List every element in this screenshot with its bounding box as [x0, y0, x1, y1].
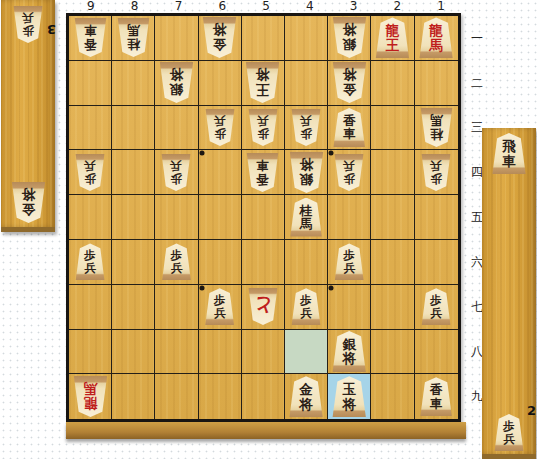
square-12[interactable]	[415, 61, 458, 106]
board-front-edge	[66, 422, 466, 439]
gote-promoted-bishop[interactable]: 龍馬	[72, 376, 109, 417]
file-label-3: 3	[332, 0, 376, 13]
square-19[interactable]: 香車	[415, 374, 458, 419]
hoshi-dot	[329, 285, 334, 290]
sente-promoted-bishop[interactable]: 龍馬	[418, 17, 455, 58]
sente-king[interactable]: 玉将	[331, 376, 368, 417]
square-33[interactable]: 香車	[328, 106, 371, 151]
square-16[interactable]	[415, 240, 458, 285]
gote-knight[interactable]: 桂馬	[419, 108, 454, 147]
square-83[interactable]	[112, 106, 155, 151]
square-29[interactable]	[371, 374, 414, 419]
rank-label-2: 二	[468, 61, 486, 106]
square-93[interactable]	[69, 106, 112, 151]
gote-hand-gold[interactable]: 金将	[10, 182, 47, 223]
sente-pawn[interactable]: 歩兵	[160, 243, 192, 280]
square-86[interactable]	[112, 240, 155, 285]
gote-gold[interactable]: 金将	[201, 17, 238, 58]
square-68[interactable]	[199, 330, 242, 375]
square-35[interactable]	[328, 195, 371, 240]
square-34[interactable]: 歩兵	[328, 150, 371, 195]
square-87[interactable]	[112, 285, 155, 330]
file-label-5: 5	[244, 0, 288, 13]
square-32[interactable]: 金将	[328, 61, 371, 106]
sente-pawn[interactable]: 歩兵	[74, 243, 106, 280]
gote-pawn[interactable]: 歩兵	[74, 154, 106, 191]
square-25[interactable]	[371, 195, 414, 240]
sente-hand-stand: 飛車歩兵2	[482, 128, 536, 459]
hoshi-dot	[199, 285, 204, 290]
gote-hand-pawn-count: 3	[47, 22, 56, 37]
square-52[interactable]: 王将	[242, 61, 285, 106]
gote-pawn[interactable]: 歩兵	[204, 109, 236, 146]
square-82[interactable]	[112, 61, 155, 106]
square-79[interactable]	[155, 374, 198, 419]
file-label-2: 2	[375, 0, 419, 13]
square-13[interactable]: 桂馬	[415, 106, 458, 151]
gote-king[interactable]: 王将	[244, 62, 281, 103]
file-label-7: 7	[157, 0, 201, 13]
square-95[interactable]	[69, 195, 112, 240]
square-17[interactable]: 歩兵	[415, 285, 458, 330]
sente-pawn[interactable]: 歩兵	[290, 288, 322, 325]
hoshi-dot	[329, 151, 334, 156]
sente-lance[interactable]: 香車	[419, 377, 454, 416]
gote-pawn[interactable]: 歩兵	[420, 154, 452, 191]
square-72[interactable]: 銀将	[155, 61, 198, 106]
sente-knight[interactable]: 桂馬	[289, 198, 324, 237]
file-label-6: 6	[200, 0, 244, 13]
square-84[interactable]	[112, 150, 155, 195]
gote-pawn[interactable]: 歩兵	[12, 6, 44, 43]
square-45[interactable]: 桂馬	[285, 195, 328, 240]
square-81[interactable]: 桂馬	[112, 16, 155, 61]
square-31[interactable]: 銀将	[328, 16, 371, 61]
square-11[interactable]: 龍馬	[415, 16, 458, 61]
file-label-4: 4	[288, 0, 332, 13]
square-75[interactable]	[155, 195, 198, 240]
square-58[interactable]	[242, 330, 285, 375]
square-53[interactable]: 歩兵	[242, 106, 285, 151]
sente-silver[interactable]: 銀将	[331, 331, 368, 372]
shogi-app-screen: 987654321 香車桂馬金将銀将龍王龍馬銀将王将金将歩兵歩兵歩兵香車桂馬歩兵…	[0, 0, 537, 459]
square-76[interactable]: 歩兵	[155, 240, 198, 285]
square-67[interactable]: 歩兵	[199, 285, 242, 330]
square-24[interactable]	[371, 150, 414, 195]
square-44[interactable]: 銀将	[285, 150, 328, 195]
gote-lance[interactable]: 香車	[245, 153, 280, 192]
square-37[interactable]	[328, 285, 371, 330]
square-71[interactable]	[155, 16, 198, 61]
gote-knight[interactable]: 桂馬	[116, 18, 151, 57]
square-36[interactable]: 歩兵	[328, 240, 371, 285]
gote-silver[interactable]: 銀将	[331, 17, 368, 58]
gote-pawn[interactable]: 歩兵	[160, 154, 192, 191]
square-47[interactable]: 歩兵	[285, 285, 328, 330]
sente-pawn[interactable]: 歩兵	[420, 288, 452, 325]
sente-promoted-rook[interactable]: 龍王	[374, 17, 411, 58]
gote-gold[interactable]: 金将	[331, 62, 368, 103]
square-23[interactable]	[371, 106, 414, 151]
gote-pawn[interactable]: 歩兵	[247, 109, 279, 146]
square-63[interactable]: 歩兵	[199, 106, 242, 151]
square-18[interactable]	[415, 330, 458, 375]
square-98[interactable]	[69, 330, 112, 375]
square-64[interactable]	[199, 150, 242, 195]
square-39[interactable]: 玉将	[328, 374, 371, 419]
square-54[interactable]: 香車	[242, 150, 285, 195]
sente-gold[interactable]: 金将	[288, 376, 325, 417]
rank-label-1: 一	[468, 16, 486, 61]
board-grid: 香車桂馬金将銀将龍王龍馬銀将王将金将歩兵歩兵歩兵香車桂馬歩兵歩兵香車銀将歩兵歩兵…	[69, 16, 458, 419]
square-41[interactable]	[285, 16, 328, 61]
square-27[interactable]	[371, 285, 414, 330]
hoshi-dot	[199, 151, 204, 156]
gote-tokin[interactable]: と	[247, 288, 279, 325]
square-14[interactable]: 歩兵	[415, 150, 458, 195]
sente-pawn[interactable]: 歩兵	[204, 288, 236, 325]
square-49[interactable]: 金将	[285, 374, 328, 419]
square-96[interactable]: 歩兵	[69, 240, 112, 285]
square-43[interactable]: 歩兵	[285, 106, 328, 151]
square-22[interactable]	[371, 61, 414, 106]
gote-pawn[interactable]: 歩兵	[290, 109, 322, 146]
square-97[interactable]	[69, 285, 112, 330]
square-62[interactable]	[199, 61, 242, 106]
square-74[interactable]: 歩兵	[155, 150, 198, 195]
square-55[interactable]	[242, 195, 285, 240]
square-77[interactable]	[155, 285, 198, 330]
gote-silver[interactable]: 銀将	[288, 152, 325, 193]
sente-pawn[interactable]: 歩兵	[493, 414, 525, 451]
sente-pawn[interactable]: 歩兵	[333, 243, 365, 280]
square-38[interactable]: 銀将	[328, 330, 371, 375]
sente-lance[interactable]: 香車	[332, 108, 367, 147]
square-91[interactable]: 香車	[69, 16, 112, 61]
file-label-9: 9	[69, 0, 113, 13]
square-46[interactable]	[285, 240, 328, 285]
shogi-board: 香車桂馬金将銀将龍王龍馬銀将王将金将歩兵歩兵歩兵香車桂馬歩兵歩兵香車銀将歩兵歩兵…	[66, 13, 461, 422]
sente-hand-pawn[interactable]: 歩兵2	[493, 414, 525, 451]
file-labels: 987654321	[69, 0, 463, 13]
square-26[interactable]	[371, 240, 414, 285]
square-66[interactable]	[199, 240, 242, 285]
square-99[interactable]: 龍馬	[69, 374, 112, 419]
square-48[interactable]	[285, 330, 328, 375]
square-21[interactable]: 龍王	[371, 16, 414, 61]
square-65[interactable]	[199, 195, 242, 240]
square-73[interactable]	[155, 106, 198, 151]
file-label-8: 8	[113, 0, 157, 13]
square-94[interactable]: 歩兵	[69, 150, 112, 195]
sente-hand-rook[interactable]: 飛車	[491, 133, 528, 174]
square-78[interactable]	[155, 330, 198, 375]
gote-lance[interactable]: 香車	[73, 18, 108, 57]
gote-pawn[interactable]: 歩兵	[333, 154, 365, 191]
square-51[interactable]	[242, 16, 285, 61]
square-57[interactable]: と	[242, 285, 285, 330]
sente-hand-pawn-count: 2	[527, 403, 536, 418]
sente-rook[interactable]: 飛車	[491, 133, 528, 174]
square-69[interactable]	[199, 374, 242, 419]
square-42[interactable]	[285, 61, 328, 106]
gote-gold[interactable]: 金将	[10, 182, 47, 223]
square-89[interactable]	[112, 374, 155, 419]
square-88[interactable]	[112, 330, 155, 375]
square-92[interactable]	[69, 61, 112, 106]
square-56[interactable]	[242, 240, 285, 285]
square-61[interactable]: 金将	[199, 16, 242, 61]
gote-silver[interactable]: 銀将	[158, 62, 195, 103]
gote-hand-stand: 歩兵3金将	[1, 0, 55, 232]
file-label-1: 1	[419, 0, 463, 13]
square-15[interactable]	[415, 195, 458, 240]
gote-hand-pawn[interactable]: 歩兵3	[12, 6, 44, 43]
square-59[interactable]	[242, 374, 285, 419]
square-28[interactable]	[371, 330, 414, 375]
square-85[interactable]	[112, 195, 155, 240]
